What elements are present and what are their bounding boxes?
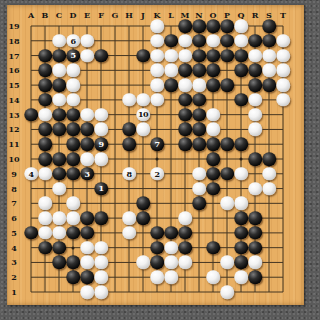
black-stone-F8: 1 — [94, 182, 108, 196]
black-stone-R18 — [248, 34, 262, 48]
black-stone-C9 — [52, 167, 66, 181]
black-stone-F17 — [94, 49, 108, 63]
black-stone-O8 — [206, 182, 220, 196]
row-label-3: 3 — [11, 258, 17, 266]
black-stone-M11 — [178, 137, 192, 151]
star-point-Q10 — [240, 158, 243, 161]
black-stone-O17 — [206, 49, 220, 63]
black-stone-K4 — [150, 241, 164, 255]
white-stone-E3 — [80, 256, 94, 270]
white-stone-Q7 — [234, 197, 248, 211]
white-stone-N8 — [192, 182, 206, 196]
white-stone-B13 — [38, 108, 52, 122]
column-label-Q: Q — [238, 11, 245, 19]
white-stone-E10 — [80, 152, 94, 166]
black-stone-M12 — [178, 123, 192, 137]
move-number-1: 1 — [98, 185, 103, 193]
black-stone-D3 — [66, 256, 80, 270]
row-label-4: 4 — [11, 244, 17, 252]
row-label-8: 8 — [11, 185, 17, 193]
white-stone-S9 — [262, 167, 276, 181]
black-stone-M13 — [178, 108, 192, 122]
black-stone-C13 — [52, 108, 66, 122]
column-label-O: O — [210, 11, 217, 19]
white-stone-L3 — [164, 256, 178, 270]
black-stone-F11: 9 — [94, 137, 108, 151]
black-stone-D5 — [66, 226, 80, 240]
column-label-C: C — [56, 11, 62, 19]
black-stone-C17 — [52, 49, 66, 63]
black-stone-B16 — [38, 64, 52, 78]
black-stone-P9 — [220, 167, 234, 181]
black-stone-A13 — [24, 108, 38, 122]
black-stone-B10 — [38, 152, 52, 166]
black-stone-N14 — [192, 93, 206, 107]
move-number-3: 3 — [84, 170, 89, 178]
white-stone-H14 — [122, 93, 136, 107]
row-label-17: 17 — [8, 52, 19, 60]
black-stone-R6 — [248, 211, 262, 225]
black-stone-B12 — [38, 123, 52, 137]
white-stone-K2 — [150, 270, 164, 284]
white-stone-F2 — [94, 270, 108, 284]
black-stone-R15 — [248, 78, 262, 92]
white-stone-S17 — [262, 49, 276, 63]
black-stone-O10 — [206, 152, 220, 166]
black-stone-L15 — [164, 78, 178, 92]
black-stone-C4 — [52, 241, 66, 255]
column-label-J: J — [141, 11, 145, 19]
black-stone-H11 — [122, 137, 136, 151]
row-label-16: 16 — [8, 66, 19, 74]
white-stone-N15 — [192, 78, 206, 92]
white-stone-B6 — [38, 211, 52, 225]
row-label-19: 19 — [8, 22, 19, 30]
black-stone-J17 — [136, 49, 150, 63]
white-stone-P7 — [220, 197, 234, 211]
black-stone-N17 — [192, 49, 206, 63]
white-stone-M15 — [178, 78, 192, 92]
column-label-B: B — [42, 11, 49, 19]
white-stone-P1 — [220, 285, 234, 299]
white-stone-R17 — [248, 49, 262, 63]
black-stone-S18 — [262, 34, 276, 48]
row-label-5: 5 — [11, 229, 17, 237]
column-label-S: S — [266, 11, 272, 19]
black-stone-E9: 3 — [80, 167, 94, 181]
black-stone-Q14 — [234, 93, 248, 107]
white-stone-A9: 4 — [24, 167, 38, 181]
white-stone-D16 — [66, 64, 80, 78]
black-stone-B4 — [38, 241, 52, 255]
white-stone-O18 — [206, 34, 220, 48]
move-number-2: 2 — [154, 170, 159, 178]
white-stone-L4 — [164, 241, 178, 255]
white-stone-K17 — [150, 49, 164, 63]
white-stone-E18 — [80, 34, 94, 48]
row-label-11: 11 — [8, 140, 19, 148]
white-stone-T15 — [276, 78, 290, 92]
column-label-E: E — [84, 11, 90, 19]
black-stone-M4 — [178, 241, 192, 255]
black-stone-N16 — [192, 64, 206, 78]
white-stone-E13 — [80, 108, 94, 122]
white-stone-B7 — [38, 197, 52, 211]
move-number-10: 10 — [138, 111, 148, 119]
black-stone-D10 — [66, 152, 80, 166]
column-label-M: M — [181, 11, 190, 19]
black-stone-J7 — [136, 197, 150, 211]
column-label-P: P — [224, 11, 230, 19]
white-stone-J12 — [136, 123, 150, 137]
white-stone-L16 — [164, 64, 178, 78]
black-stone-S15 — [262, 78, 276, 92]
black-stone-R5 — [248, 226, 262, 240]
black-stone-N19 — [192, 19, 206, 33]
white-stone-C5 — [52, 226, 66, 240]
white-stone-O13 — [206, 108, 220, 122]
black-stone-K3 — [150, 256, 164, 270]
white-stone-R8 — [248, 182, 262, 196]
white-stone-F3 — [94, 256, 108, 270]
move-number-6: 6 — [70, 37, 75, 45]
white-stone-Q18 — [234, 34, 248, 48]
white-stone-C18 — [52, 34, 66, 48]
white-stone-E1 — [80, 285, 94, 299]
black-stone-R4 — [248, 241, 262, 255]
black-stone-Q5 — [234, 226, 248, 240]
white-stone-K14 — [150, 93, 164, 107]
white-stone-K18 — [150, 34, 164, 48]
black-stone-D12 — [66, 123, 80, 137]
white-stone-O12 — [206, 123, 220, 137]
white-stone-F13 — [94, 108, 108, 122]
row-label-10: 10 — [8, 155, 19, 163]
black-stone-S10 — [262, 152, 276, 166]
black-stone-C10 — [52, 152, 66, 166]
black-stone-O11 — [206, 137, 220, 151]
white-stone-F4 — [94, 241, 108, 255]
white-stone-K19 — [150, 19, 164, 33]
white-stone-N9 — [192, 167, 206, 181]
white-stone-B5 — [38, 226, 52, 240]
row-label-2: 2 — [11, 273, 17, 281]
black-stone-R2 — [248, 270, 262, 284]
white-stone-C14 — [52, 93, 66, 107]
black-stone-E6 — [80, 211, 94, 225]
black-stone-E5 — [80, 226, 94, 240]
black-stone-O16 — [206, 64, 220, 78]
white-stone-F10 — [94, 152, 108, 166]
white-stone-K9: 2 — [150, 167, 164, 181]
column-label-D: D — [70, 11, 77, 19]
black-stone-F6 — [94, 211, 108, 225]
column-label-F: F — [98, 11, 104, 19]
white-stone-T18 — [276, 34, 290, 48]
move-number-5: 5 — [70, 52, 75, 60]
white-stone-S16 — [262, 64, 276, 78]
white-stone-K16 — [150, 64, 164, 78]
black-stone-N18 — [192, 34, 206, 48]
white-stone-M3 — [178, 256, 192, 270]
black-stone-R16 — [248, 64, 262, 78]
black-stone-O15 — [206, 78, 220, 92]
white-stone-Q9 — [234, 167, 248, 181]
white-stone-R12 — [248, 123, 262, 137]
white-stone-B9 — [38, 167, 52, 181]
row-label-13: 13 — [8, 111, 19, 119]
white-stone-F12 — [94, 123, 108, 137]
column-label-R: R — [252, 11, 259, 19]
white-stone-D14 — [66, 93, 80, 107]
black-stone-R10 — [248, 152, 262, 166]
white-stone-E17 — [80, 49, 94, 63]
black-stone-Q4 — [234, 241, 248, 255]
column-label-A: A — [28, 11, 34, 19]
white-stone-D18: 6 — [66, 34, 80, 48]
black-stone-A5 — [24, 226, 38, 240]
black-stone-P15 — [220, 78, 234, 92]
white-stone-C8 — [52, 182, 66, 196]
black-stone-Q6 — [234, 211, 248, 225]
row-label-6: 6 — [11, 214, 17, 222]
black-stone-O9 — [206, 167, 220, 181]
row-label-15: 15 — [8, 81, 19, 89]
column-label-G: G — [112, 11, 119, 19]
black-stone-N13 — [192, 108, 206, 122]
black-stone-P18 — [220, 34, 234, 48]
move-number-8: 8 — [126, 170, 131, 178]
star-point-D4 — [72, 246, 75, 249]
black-stone-N12 — [192, 123, 206, 137]
black-stone-Q16 — [234, 64, 248, 78]
white-stone-Q19 — [234, 19, 248, 33]
column-label-K: K — [154, 11, 161, 19]
black-stone-D2 — [66, 270, 80, 284]
white-stone-L17 — [164, 49, 178, 63]
black-stone-L18 — [164, 34, 178, 48]
white-stone-R14 — [248, 93, 262, 107]
white-stone-O2 — [206, 270, 220, 284]
black-stone-E12 — [80, 123, 94, 137]
row-label-7: 7 — [11, 199, 17, 207]
white-stone-P3 — [220, 256, 234, 270]
black-stone-M14 — [178, 93, 192, 107]
white-stone-K15 — [150, 78, 164, 92]
column-label-T: T — [280, 11, 286, 19]
white-stone-D15 — [66, 78, 80, 92]
column-label-H: H — [125, 11, 133, 19]
white-stone-E4 — [80, 241, 94, 255]
black-stone-E11 — [80, 137, 94, 151]
row-label-18: 18 — [8, 37, 19, 45]
white-stone-T14 — [276, 93, 290, 107]
white-stone-L2 — [164, 270, 178, 284]
black-stone-O4 — [206, 241, 220, 255]
white-stone-D6 — [66, 211, 80, 225]
black-stone-B15 — [38, 78, 52, 92]
white-stone-H5 — [122, 226, 136, 240]
row-label-14: 14 — [8, 96, 19, 104]
black-stone-M16 — [178, 64, 192, 78]
white-stone-M6 — [178, 211, 192, 225]
black-stone-H12 — [122, 123, 136, 137]
black-stone-D17: 5 — [66, 49, 80, 63]
black-stone-S19 — [262, 19, 276, 33]
black-stone-L5 — [164, 226, 178, 240]
black-stone-B14 — [38, 93, 52, 107]
black-stone-E2 — [80, 270, 94, 284]
white-stone-H6 — [122, 211, 136, 225]
white-stone-M17 — [178, 49, 192, 63]
black-stone-Q3 — [234, 256, 248, 270]
black-stone-D9 — [66, 167, 80, 181]
black-stone-K11: 7 — [150, 137, 164, 151]
white-stone-S8 — [262, 182, 276, 196]
black-stone-C12 — [52, 123, 66, 137]
black-stone-D11 — [66, 137, 80, 151]
white-stone-M18 — [178, 34, 192, 48]
black-stone-Q17 — [234, 49, 248, 63]
column-label-L: L — [168, 11, 174, 19]
white-stone-J13: 10 — [136, 108, 150, 122]
row-label-1: 1 — [11, 288, 17, 296]
black-stone-N11 — [192, 137, 206, 151]
star-point-K10 — [156, 158, 159, 161]
white-stone-R13 — [248, 108, 262, 122]
move-number-9: 9 — [98, 140, 103, 148]
black-stone-N7 — [192, 197, 206, 211]
white-stone-R3 — [248, 256, 262, 270]
black-stone-C3 — [52, 256, 66, 270]
black-stone-M5 — [178, 226, 192, 240]
black-stone-O19 — [206, 19, 220, 33]
white-stone-J14 — [136, 93, 150, 107]
black-stone-D13 — [66, 108, 80, 122]
go-diagram: ABCDEFGHJKLMNOPQRST191817161514131211109… — [0, 0, 320, 320]
black-stone-C15 — [52, 78, 66, 92]
white-stone-F1 — [94, 285, 108, 299]
white-stone-D7 — [66, 197, 80, 211]
black-stone-B11 — [38, 137, 52, 151]
move-number-7: 7 — [154, 140, 159, 148]
column-label-N: N — [195, 11, 202, 19]
white-stone-T17 — [276, 49, 290, 63]
black-stone-P11 — [220, 137, 234, 151]
black-stone-J6 — [136, 211, 150, 225]
white-stone-J3 — [136, 256, 150, 270]
white-stone-T16 — [276, 64, 290, 78]
row-label-9: 9 — [11, 170, 17, 178]
black-stone-K5 — [150, 226, 164, 240]
black-stone-P17 — [220, 49, 234, 63]
row-label-12: 12 — [8, 125, 19, 133]
black-stone-B17 — [38, 49, 52, 63]
black-stone-M19 — [178, 19, 192, 33]
white-stone-Q2 — [234, 270, 248, 284]
move-number-4: 4 — [28, 170, 33, 178]
black-stone-P19 — [220, 19, 234, 33]
white-stone-H9: 8 — [122, 167, 136, 181]
black-stone-Q11 — [234, 137, 248, 151]
white-stone-C16 — [52, 64, 66, 78]
white-stone-C6 — [52, 211, 66, 225]
